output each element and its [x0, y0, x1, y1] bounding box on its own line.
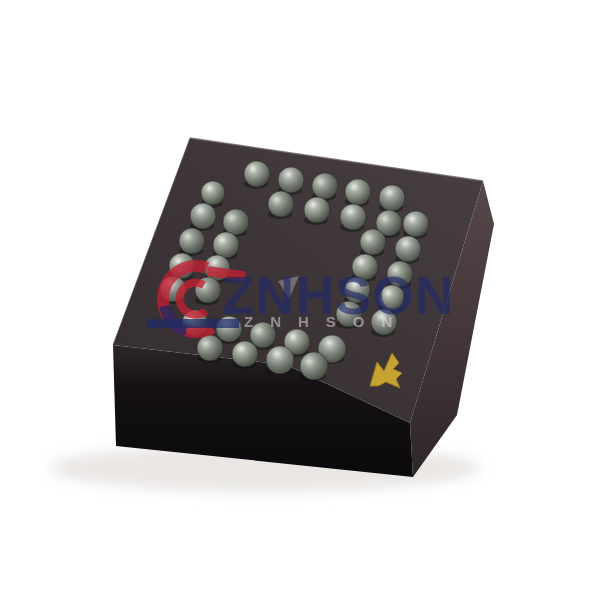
chip-photo-scene: ZNHSON ZNHSON — [0, 0, 600, 600]
solder-ball — [340, 204, 366, 230]
solder-ball — [232, 341, 258, 367]
solder-ball — [190, 203, 216, 229]
solder-ball — [179, 228, 205, 254]
solder-ball — [223, 209, 249, 235]
solder-ball — [278, 167, 304, 193]
solder-ball — [312, 173, 338, 199]
solder-ball — [403, 211, 429, 237]
solder-ball — [345, 179, 371, 205]
watermark-subtext: ZNHSON — [244, 313, 409, 330]
solder-ball — [244, 161, 270, 187]
solder-ball — [213, 232, 239, 258]
solder-ball — [300, 352, 328, 380]
photo-background: ZNHSON ZNHSON — [0, 0, 600, 600]
solder-ball — [304, 197, 330, 223]
solder-ball — [268, 191, 294, 217]
solder-ball — [197, 335, 223, 361]
solder-ball — [201, 181, 225, 205]
solder-ball — [360, 229, 386, 255]
solder-ball — [266, 346, 294, 374]
solder-ball — [379, 185, 405, 211]
solder-ball — [395, 236, 421, 262]
